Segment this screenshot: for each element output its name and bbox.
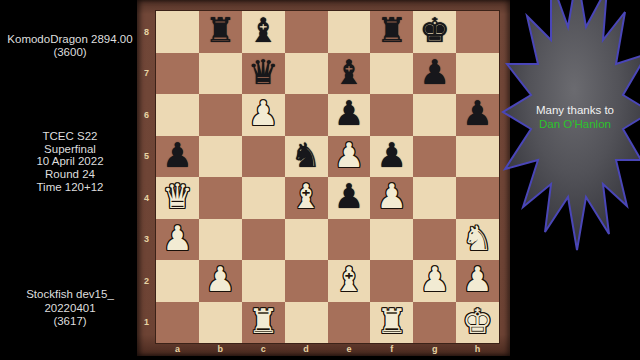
- thanks-name: Dan O'Hanlon: [500, 118, 640, 132]
- square-e5: ♟: [328, 136, 371, 178]
- file-label-d: d: [285, 343, 328, 356]
- square-d4: ♝: [285, 177, 328, 219]
- square-g1: [413, 302, 456, 344]
- square-d2: [285, 260, 328, 302]
- square-c5: [242, 136, 285, 178]
- black-engine-info: KomodoDragon 2894.00 (3600): [0, 33, 140, 59]
- piece-black-pawn-e4: ♟: [334, 179, 364, 213]
- square-e1: [328, 302, 371, 344]
- piece-black-rook-f8: ♜: [377, 13, 407, 47]
- square-e3: [328, 219, 371, 261]
- rank-label-2: 2: [137, 260, 156, 302]
- black-engine-name: KomodoDragon 2894.00: [0, 33, 140, 46]
- square-a2: [156, 260, 199, 302]
- file-label-h: h: [456, 343, 499, 356]
- square-b2: ♟: [199, 260, 242, 302]
- piece-white-pawn-g2: ♟: [419, 262, 449, 296]
- rank-label-7: 7: [137, 53, 156, 95]
- square-a5: ♟: [156, 136, 199, 178]
- square-g5: [413, 136, 456, 178]
- piece-white-bishop-e2: ♝: [334, 262, 364, 296]
- square-b8: ♜: [199, 11, 242, 53]
- square-g6: [413, 94, 456, 136]
- square-e2: ♝: [328, 260, 371, 302]
- piece-black-pawn-e6: ♟: [334, 96, 364, 130]
- square-f6: [370, 94, 413, 136]
- black-engine-rating: (3600): [0, 46, 140, 59]
- square-d3: [285, 219, 328, 261]
- piece-black-pawn-g7: ♟: [419, 55, 449, 89]
- event-info: TCEC S22 Superfinal 10 April 2022 Round …: [0, 130, 140, 194]
- square-f1: ♜: [370, 302, 413, 344]
- square-h5: [456, 136, 499, 178]
- piece-white-pawn-f4: ♟: [377, 179, 407, 213]
- square-b6: [199, 94, 242, 136]
- file-label-e: e: [328, 343, 371, 356]
- square-h2: ♟: [456, 260, 499, 302]
- white-engine-info: Stockfish dev15_ 20220401 (3617): [0, 288, 140, 329]
- square-c2: [242, 260, 285, 302]
- event-name: TCEC S22: [0, 130, 140, 143]
- square-h7: [456, 53, 499, 95]
- rank-label-6: 6: [137, 94, 156, 136]
- piece-white-king-h1: ♚: [462, 304, 492, 338]
- piece-black-pawn-h6: ♟: [462, 96, 492, 130]
- chess-board: 87654321 ♜♝♜♚♛♝♟♟♟♟♟♞♟♟♛♝♟♟♟♞♟♝♟♟♜♜♚ abc…: [137, 0, 510, 356]
- square-a4: ♛: [156, 177, 199, 219]
- square-a6: [156, 94, 199, 136]
- square-h4: [456, 177, 499, 219]
- square-f5: ♟: [370, 136, 413, 178]
- square-b7: [199, 53, 242, 95]
- event-stage: Superfinal: [0, 143, 140, 156]
- square-c4: [242, 177, 285, 219]
- square-d7: [285, 53, 328, 95]
- square-c7: ♛: [242, 53, 285, 95]
- file-label-f: f: [370, 343, 413, 356]
- event-time-control: Time 120+12: [0, 181, 140, 194]
- square-e6: ♟: [328, 94, 371, 136]
- square-b1: [199, 302, 242, 344]
- square-d8: [285, 11, 328, 53]
- piece-black-pawn-f5: ♟: [377, 138, 407, 172]
- piece-black-rook-b8: ♜: [205, 13, 235, 47]
- piece-black-bishop-e7: ♝: [334, 55, 364, 89]
- thanks-line: Many thanks to: [500, 104, 640, 118]
- square-c3: [242, 219, 285, 261]
- rank-label-8: 8: [137, 11, 156, 53]
- rank-label-1: 1: [137, 302, 156, 344]
- square-f7: [370, 53, 413, 95]
- piece-white-queen-a4: ♛: [162, 179, 192, 213]
- file-label-c: c: [242, 343, 285, 356]
- piece-black-queen-c7: ♛: [248, 55, 278, 89]
- file-label-a: a: [156, 343, 199, 356]
- square-f3: [370, 219, 413, 261]
- square-e8: [328, 11, 371, 53]
- square-b5: [199, 136, 242, 178]
- square-h1: ♚: [456, 302, 499, 344]
- piece-black-knight-d5: ♞: [291, 138, 321, 172]
- square-a8: [156, 11, 199, 53]
- square-b4: [199, 177, 242, 219]
- piece-white-bishop-d4: ♝: [291, 179, 321, 213]
- piece-white-pawn-b2: ♟: [205, 262, 235, 296]
- piece-white-rook-f1: ♜: [377, 304, 407, 338]
- square-a1: [156, 302, 199, 344]
- square-d6: [285, 94, 328, 136]
- square-a3: ♟: [156, 219, 199, 261]
- square-f4: ♟: [370, 177, 413, 219]
- event-date: 10 April 2022: [0, 155, 140, 168]
- board-squares: ♜♝♜♚♛♝♟♟♟♟♟♞♟♟♛♝♟♟♟♞♟♝♟♟♜♜♚: [156, 11, 499, 343]
- square-b3: [199, 219, 242, 261]
- rank-label-4: 4: [137, 177, 156, 219]
- square-h3: ♞: [456, 219, 499, 261]
- thanks-message: Many thanks to Dan O'Hanlon: [500, 104, 640, 131]
- square-g7: ♟: [413, 53, 456, 95]
- white-engine-version: 20220401: [0, 302, 140, 316]
- square-c6: ♟: [242, 94, 285, 136]
- piece-white-pawn-a3: ♟: [162, 221, 192, 255]
- square-c1: ♜: [242, 302, 285, 344]
- thanks-starburst: [495, 0, 640, 264]
- piece-white-pawn-e5: ♟: [334, 138, 364, 172]
- event-round: Round 24: [0, 168, 140, 181]
- square-g4: [413, 177, 456, 219]
- white-engine-rating: (3617): [0, 315, 140, 329]
- square-c8: ♝: [242, 11, 285, 53]
- square-g3: [413, 219, 456, 261]
- square-g8: ♚: [413, 11, 456, 53]
- piece-black-bishop-c8: ♝: [248, 13, 278, 47]
- file-label-g: g: [413, 343, 456, 356]
- square-a7: [156, 53, 199, 95]
- square-d1: [285, 302, 328, 344]
- rank-labels: 87654321: [137, 11, 156, 343]
- piece-white-pawn-c6: ♟: [248, 96, 278, 130]
- file-labels: abcdefgh: [156, 343, 499, 356]
- square-d5: ♞: [285, 136, 328, 178]
- square-g2: ♟: [413, 260, 456, 302]
- square-f8: ♜: [370, 11, 413, 53]
- starburst-shape: [495, 0, 640, 264]
- rank-label-5: 5: [137, 136, 156, 178]
- square-f2: [370, 260, 413, 302]
- square-h8: [456, 11, 499, 53]
- piece-black-pawn-a5: ♟: [162, 138, 192, 172]
- piece-white-pawn-h2: ♟: [462, 262, 492, 296]
- square-h6: ♟: [456, 94, 499, 136]
- left-info-column: KomodoDragon 2894.00 (3600) TCEC S22 Sup…: [0, 0, 140, 360]
- white-engine-name: Stockfish dev15_: [0, 288, 140, 302]
- piece-white-rook-c1: ♜: [248, 304, 278, 338]
- piece-black-king-g8: ♚: [419, 13, 449, 47]
- square-e4: ♟: [328, 177, 371, 219]
- rank-label-3: 3: [137, 219, 156, 261]
- file-label-b: b: [199, 343, 242, 356]
- piece-white-knight-h3: ♞: [462, 221, 492, 255]
- square-e7: ♝: [328, 53, 371, 95]
